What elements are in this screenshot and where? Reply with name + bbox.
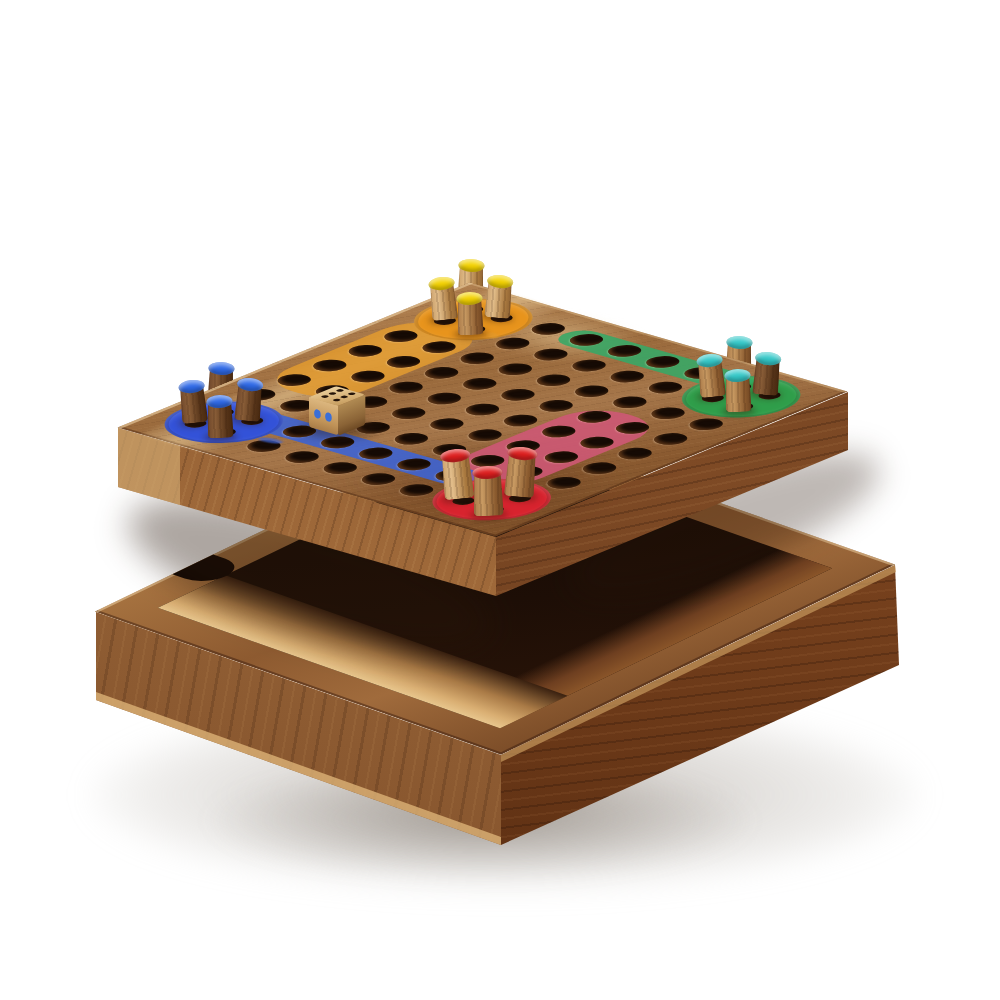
peg-blue-4[interactable] [207, 391, 235, 438]
peg-red-3[interactable] [504, 442, 538, 497]
die-pip [328, 392, 338, 395]
die-pip [335, 389, 345, 392]
peg-red-2[interactable] [439, 445, 474, 501]
die-pip [320, 395, 330, 398]
peg-blue-3[interactable] [234, 374, 264, 422]
die-pip [325, 412, 332, 423]
peg-red-4[interactable] [472, 463, 504, 517]
die-pip [314, 409, 321, 420]
die-pip [332, 398, 342, 401]
peg-blue-2[interactable] [178, 376, 209, 424]
peg-yellow-3[interactable] [484, 271, 514, 319]
peg-yellow-2[interactable] [427, 273, 458, 321]
die-pip [347, 392, 357, 395]
peg-yellow-4[interactable] [456, 289, 484, 336]
peg-teal-2[interactable] [695, 350, 726, 398]
peg-body [472, 473, 503, 517]
die-pip [339, 395, 349, 398]
peg-cap-blue [209, 361, 235, 375]
product-photo-scene [0, 0, 1000, 1000]
peg-teal-3[interactable] [752, 348, 782, 396]
peg-teal-4[interactable] [724, 366, 752, 413]
